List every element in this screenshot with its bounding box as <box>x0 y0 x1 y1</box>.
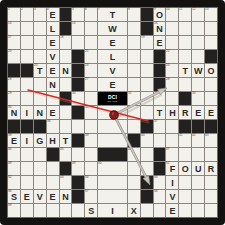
block-cell <box>47 148 59 161</box>
grid-cell: 39 <box>85 134 97 147</box>
grid-cell <box>166 22 178 35</box>
grid-cell: 50 <box>98 162 127 175</box>
grid-cell: W <box>192 64 204 77</box>
grid-cell: N <box>60 64 72 77</box>
block-cell <box>179 120 191 133</box>
printed-letter: N <box>154 22 166 35</box>
grid-cell: O <box>179 162 191 175</box>
grid-cell <box>128 64 140 77</box>
grid-cell <box>128 162 140 175</box>
block-cell <box>60 162 72 175</box>
grid-cell <box>141 162 153 175</box>
grid-cell: 21 <box>85 50 97 63</box>
clue-number: 32 <box>154 91 158 94</box>
grid-cell <box>192 204 204 217</box>
grid-cell <box>21 50 33 63</box>
printed-letter: I <box>98 204 127 217</box>
grid-cell: 13 <box>205 8 217 21</box>
printed-letter: N <box>60 190 72 203</box>
grid-cell: 28 <box>166 78 178 91</box>
printed-letter: R <box>205 162 217 175</box>
block-cell <box>60 22 72 35</box>
block-cell <box>205 50 217 63</box>
block-cell <box>21 120 33 133</box>
printed-letter: V <box>34 190 46 203</box>
grid-cell <box>141 106 153 119</box>
grid-cell: 27 <box>85 78 97 91</box>
block-cell <box>154 50 166 63</box>
clue-number: 10 <box>166 7 170 10</box>
grid-cell: 3 <box>34 8 46 21</box>
grid-cell: 4E <box>47 8 59 21</box>
grid-cell <box>85 22 97 35</box>
grid-cell <box>128 106 140 119</box>
grid-cell <box>192 36 204 49</box>
clue-number: 27 <box>85 77 89 80</box>
grid-cell <box>72 36 84 49</box>
grid-cell: 30 <box>72 92 84 105</box>
block-cell <box>154 162 166 175</box>
grid-cell <box>166 92 178 105</box>
clue-number: 50 <box>98 161 102 164</box>
clue-number: 2 <box>21 7 23 10</box>
grid-cell: 52 <box>8 176 20 189</box>
grid-cell: 33 <box>192 92 204 105</box>
grid-cell <box>205 148 217 161</box>
crossword-clock-photo: 1234E567T89O1011121314L15W16N17E18E19E20… <box>0 0 225 225</box>
grid-cell: T <box>60 134 72 147</box>
printed-letter: E <box>47 8 59 21</box>
clue-number: 42 <box>192 133 196 136</box>
clue-number: 57 <box>85 189 89 192</box>
clue-number: 36 <box>47 119 51 122</box>
grid-cell: X <box>128 204 140 217</box>
grid-cell <box>98 120 127 133</box>
clue-number: 18 <box>60 35 64 38</box>
grid-cell: W <box>98 22 127 35</box>
printed-letter: E <box>192 106 204 119</box>
grid-cell <box>179 22 191 35</box>
grid-cell <box>34 148 46 161</box>
printed-letter: S <box>8 190 20 203</box>
printed-letter: E <box>47 190 59 203</box>
grid-cell <box>34 92 46 105</box>
grid-cell <box>205 176 217 189</box>
grid-cell: 59 <box>8 204 20 217</box>
grid-cell: 7T <box>98 8 127 21</box>
grid-cell <box>60 204 72 217</box>
grid-cell: 38E <box>8 134 20 147</box>
block-cell <box>72 176 84 189</box>
clue-number: 25 <box>166 63 170 66</box>
block-cell <box>72 78 84 91</box>
grid-cell: 24 <box>85 64 97 77</box>
grid-cell: I <box>166 176 178 189</box>
printed-letter: S <box>85 204 97 217</box>
grid-cell <box>47 92 59 105</box>
block-cell <box>154 78 166 91</box>
grid-cell <box>34 36 46 49</box>
clue-number: 14 <box>8 21 12 24</box>
grid-cell: 10 <box>166 8 178 21</box>
printed-letter: W <box>192 64 204 77</box>
printed-letter: G <box>34 134 46 147</box>
printed-letter: E <box>47 36 59 49</box>
grid-cell: 34N <box>8 106 20 119</box>
grid-cell: E <box>192 106 204 119</box>
grid-cell: E <box>21 190 33 203</box>
printed-letter: N <box>34 106 46 119</box>
clue-number: 5 <box>72 7 74 10</box>
grid-cell: N <box>47 78 59 91</box>
grid-cell <box>60 50 72 63</box>
grid-cell <box>128 36 140 49</box>
grid-cell: 56S <box>8 190 20 203</box>
grid-cell: 43 <box>205 134 217 147</box>
grid-cell <box>128 120 140 133</box>
grid-cell <box>60 106 72 119</box>
clue-number: 59 <box>8 203 12 206</box>
grid-cell: 44 <box>8 148 20 161</box>
clue-number: 47 <box>166 147 170 150</box>
grid-cell: 57 <box>85 190 97 203</box>
grid-cell: 45 <box>60 148 72 161</box>
printed-letter: O <box>154 8 166 21</box>
crossword-clock-board: 1234E567T89O1011121314L15W16N17E18E19E20… <box>0 0 225 225</box>
printed-letter: N <box>60 64 72 77</box>
grid-cell <box>34 176 46 189</box>
block-cell <box>205 120 217 133</box>
block-cell <box>8 64 20 77</box>
grid-cell <box>192 148 204 161</box>
grid-cell: 6 <box>85 8 97 21</box>
grid-cell: 2 <box>21 8 33 21</box>
grid-cell: 12 <box>192 8 204 21</box>
grid-cell <box>154 204 166 217</box>
clue-number: 21 <box>85 49 89 52</box>
grid-cell: N <box>60 190 72 203</box>
clue-number: 39 <box>85 133 89 136</box>
clue-number: 8 <box>128 7 130 10</box>
grid-cell <box>21 148 33 161</box>
grid-cell <box>47 204 59 217</box>
grid-cell: E <box>98 78 127 91</box>
grid-cell: 47 <box>166 148 178 161</box>
block-cell <box>141 22 153 35</box>
grid-cell <box>21 78 33 91</box>
block-cell <box>21 64 33 77</box>
grid-cell <box>34 78 46 91</box>
crossword-grid: 1234E567T89O1011121314L15W16N17E18E19E20… <box>7 7 218 218</box>
grid-cell: 18 <box>60 36 72 49</box>
block-cell <box>154 64 166 77</box>
grid-cell <box>47 162 59 175</box>
grid-cell <box>85 92 97 105</box>
block-cell <box>34 120 46 133</box>
clue-number: 6 <box>85 7 87 10</box>
grid-cell: 51F <box>166 162 178 175</box>
block-cell <box>72 134 84 147</box>
block-cell <box>141 120 153 133</box>
grid-cell: I <box>98 204 127 217</box>
clue-number: 19 <box>141 35 145 38</box>
block-cell <box>154 148 166 161</box>
grid-cell: E <box>154 36 166 49</box>
grid-cell <box>21 204 33 217</box>
printed-letter: N <box>47 78 59 91</box>
grid-cell <box>205 190 217 203</box>
grid-cell: 55 <box>154 176 166 189</box>
clue-number: 12 <box>192 7 196 10</box>
grid-cell <box>98 134 127 147</box>
grid-cell: H <box>47 134 59 147</box>
grid-cell: T <box>154 106 166 119</box>
grid-cell <box>128 50 140 63</box>
clue-number: 22 <box>166 49 170 52</box>
grid-cell: V <box>98 64 127 77</box>
grid-cell <box>141 78 153 91</box>
printed-letter: X <box>128 204 140 217</box>
printed-letter: E <box>47 64 59 77</box>
printed-letter: W <box>98 22 127 35</box>
clue-number: 44 <box>8 147 12 150</box>
clue-number: 45 <box>60 147 64 150</box>
grid-cell: 16N <box>154 22 166 35</box>
block-cell <box>179 92 191 105</box>
grid-cell <box>141 148 153 161</box>
grid-cell: E <box>166 204 178 217</box>
grid-cell: 5 <box>72 8 84 21</box>
grid-cell: L <box>98 50 127 63</box>
grid-cell <box>154 134 166 147</box>
printed-letter: O <box>179 162 191 175</box>
block-cell <box>141 176 153 189</box>
grid-cell <box>192 78 204 91</box>
grid-cell <box>60 120 72 133</box>
brand-sub: QUARTZ <box>107 100 117 101</box>
grid-cell: 46 <box>128 148 140 161</box>
grid-cell: 41 <box>179 134 191 147</box>
clue-number: 52 <box>8 175 12 178</box>
grid-cell <box>141 64 153 77</box>
grid-cell: R <box>179 106 191 119</box>
block-cell <box>72 50 84 63</box>
grid-cell: V <box>47 50 59 63</box>
grid-cell <box>21 36 33 49</box>
grid-cell: 23T <box>34 64 46 77</box>
block-cell <box>141 8 153 21</box>
grid-cell: U <box>192 162 204 175</box>
grid-cell <box>72 120 84 133</box>
grid-cell <box>179 190 191 203</box>
printed-letter: I <box>21 106 33 119</box>
clue-number: 11 <box>179 7 182 10</box>
grid-cell <box>166 120 178 133</box>
grid-cell: E <box>47 190 59 203</box>
grid-cell <box>34 22 46 35</box>
block-cell <box>72 190 84 203</box>
grid-cell: V <box>166 190 178 203</box>
grid-cell: O <box>205 64 217 77</box>
grid-cell <box>166 134 178 147</box>
grid-cell: 36 <box>47 120 59 133</box>
clue-number: 31 <box>128 91 132 94</box>
grid-cell: 19 <box>141 36 153 49</box>
grid-cell: 20 <box>8 50 20 63</box>
grid-cell <box>72 148 84 161</box>
grid-cell: 14 <box>8 22 20 35</box>
printed-letter: E <box>98 78 127 91</box>
printed-letter: E <box>8 134 20 147</box>
grid-cell <box>128 190 140 203</box>
clue-number: 30 <box>72 91 76 94</box>
printed-letter: T <box>60 134 72 147</box>
grid-cell <box>205 92 217 105</box>
grid-cell <box>179 176 191 189</box>
grid-cell: 37 <box>154 120 166 133</box>
grid-cell: 22 <box>166 50 178 63</box>
grid-cell: 8 <box>128 8 140 21</box>
grid-cell <box>72 204 84 217</box>
grid-cell: 1 <box>8 8 20 21</box>
grid-cell <box>141 50 153 63</box>
clue-number: 20 <box>8 49 12 52</box>
printed-letter: O <box>205 64 217 77</box>
clue-number: 3 <box>34 7 36 10</box>
block-cell <box>72 106 84 119</box>
grid-cell: 29 <box>8 92 20 105</box>
grid-cell: I <box>21 134 33 147</box>
grid-cell <box>192 190 204 203</box>
clue-number: 40 <box>141 133 145 136</box>
grid-cell <box>21 92 33 105</box>
grid-cell: E <box>47 64 59 77</box>
grid-cell: 49 <box>72 162 84 175</box>
printed-letter: F <box>166 162 178 175</box>
clue-number: 15 <box>72 21 76 24</box>
grid-cell <box>192 176 204 189</box>
printed-letter: L <box>47 22 59 35</box>
grid-cell: 15 <box>72 22 84 35</box>
clue-number: 17 <box>8 35 12 38</box>
grid-cell <box>85 148 97 161</box>
grid-cell: L <box>47 22 59 35</box>
grid-cell: 31 <box>128 92 140 105</box>
grid-cell: 48 <box>8 162 20 175</box>
block-cell <box>72 64 84 77</box>
grid-cell: E <box>47 36 59 49</box>
printed-letter: N <box>8 106 20 119</box>
grid-cell <box>179 50 191 63</box>
grid-cell <box>98 176 127 189</box>
grid-cell: 26 <box>8 78 20 91</box>
grid-cell <box>98 190 127 203</box>
grid-cell: 35 <box>85 106 97 119</box>
printed-letter: U <box>192 162 204 175</box>
block-cell <box>8 120 20 133</box>
grid-cell <box>205 204 217 217</box>
grid-cell <box>179 148 191 161</box>
grid-cell <box>98 106 127 119</box>
grid-cell <box>21 162 33 175</box>
printed-letter: E <box>154 36 166 49</box>
printed-letter: R <box>179 106 191 119</box>
clue-number: 33 <box>192 91 196 94</box>
clue-number: 41 <box>179 133 183 136</box>
grid-cell <box>85 36 97 49</box>
grid-cell <box>85 162 97 175</box>
block-cell <box>60 8 72 21</box>
grid-cell <box>179 204 191 217</box>
grid-cell: 58 <box>154 190 166 203</box>
printed-letter: T <box>154 106 166 119</box>
grid-cell <box>85 120 97 133</box>
printed-letter: E <box>205 106 217 119</box>
grid-cell <box>166 36 178 49</box>
grid-cell <box>192 50 204 63</box>
grid-cell: S <box>85 204 97 217</box>
grid-cell <box>34 204 46 217</box>
grid-cell <box>21 176 33 189</box>
clue-number: 37 <box>154 119 158 122</box>
printed-letter: E <box>166 204 178 217</box>
printed-letter: E <box>21 190 33 203</box>
block-cell <box>141 190 153 203</box>
grid-cell: 53 <box>60 176 72 189</box>
grid-cell: 42 <box>192 134 204 147</box>
clue-number: 48 <box>8 161 12 164</box>
grid-cell: H <box>166 106 178 119</box>
clue-number: 46 <box>128 147 132 150</box>
clue-number: 28 <box>166 77 170 80</box>
block-cell <box>192 120 204 133</box>
grid-cell <box>128 22 140 35</box>
printed-letter: V <box>98 64 127 77</box>
block-cell <box>98 148 127 161</box>
grid-cell <box>179 36 191 49</box>
grid-cell <box>128 78 140 91</box>
grid-cell <box>205 22 217 35</box>
grid-cell <box>141 92 153 105</box>
grid-cell <box>34 162 46 175</box>
grid-cell: 11 <box>179 8 191 21</box>
grid-cell: 32 <box>154 92 166 105</box>
printed-letter: H <box>166 106 178 119</box>
printed-letter: E <box>47 106 59 119</box>
clue-number: 49 <box>72 161 76 164</box>
clue-number: 35 <box>85 105 89 108</box>
brand-cell: DCIQUARTZ <box>98 92 127 105</box>
grid-cell <box>205 78 217 91</box>
grid-cell: 25 <box>166 64 178 77</box>
printed-letter: I <box>166 176 178 189</box>
clue-number: 13 <box>205 7 209 10</box>
printed-letter: V <box>47 50 59 63</box>
grid-cell: R <box>205 162 217 175</box>
printed-letter: I <box>21 134 33 147</box>
grid-cell <box>47 176 59 189</box>
clue-number: 54 <box>85 175 89 178</box>
clue-number: 58 <box>154 189 158 192</box>
printed-letter: T <box>34 64 46 77</box>
printed-letter: T <box>98 8 127 21</box>
block-cell <box>60 92 72 105</box>
clue-number: 26 <box>8 77 12 80</box>
grid-cell: I <box>21 106 33 119</box>
grid-cell: N <box>34 106 46 119</box>
printed-letter: H <box>47 134 59 147</box>
grid-cell <box>141 204 153 217</box>
